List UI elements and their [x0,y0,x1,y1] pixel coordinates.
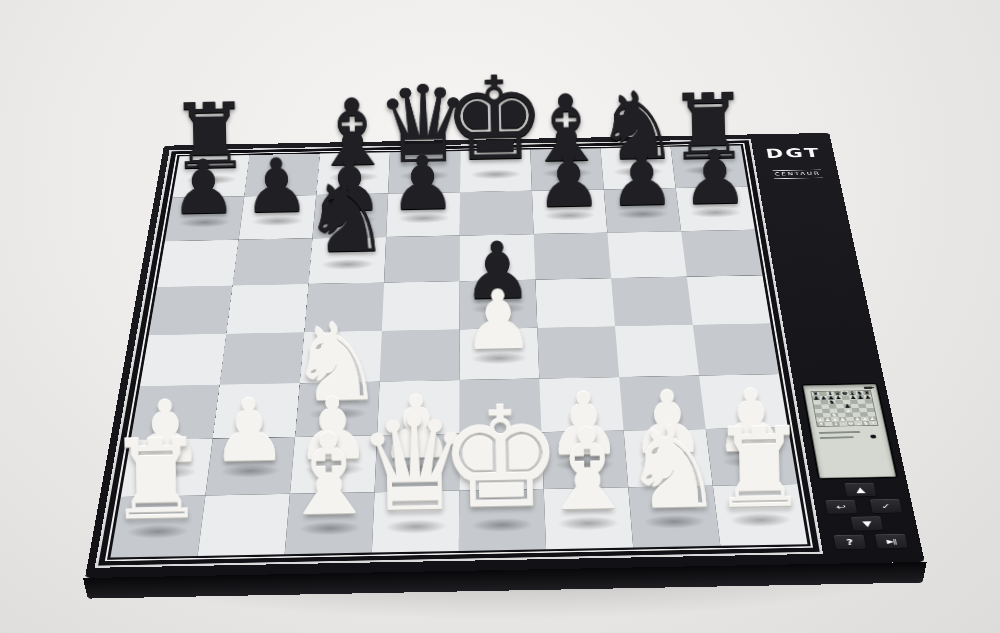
square-f1: ♝ [544,487,634,549]
square-f4 [537,326,619,378]
square-f5 [535,278,615,328]
square-a4 [140,334,227,386]
white-rook-h1: ♜ [709,412,809,524]
back-button[interactable]: ↩ [825,500,857,514]
back-icon: ↩ [836,503,847,511]
dgt-centaur-board: ♜♝♛♚♝♞♜♟♟♟♟♟♟♟♞♟♟♞♟♟♟♟♟♟♟♜♝♛♚♝♞♜ DGT CEN… [85,133,925,578]
square-g1: ♞ [628,486,720,548]
square-g4 [615,325,699,377]
square-g5 [611,277,693,326]
white-pawn-e4: ♟ [461,279,535,361]
square-g7: ♟ [604,188,681,233]
square-d7: ♟ [386,192,460,237]
square-a1: ♜ [110,495,205,557]
chess-board: ♜♝♛♚♝♞♜♟♟♟♟♟♟♟♞♟♟♞♟♟♟♟♟♟♟♜♝♛♚♝♞♜ [110,146,807,558]
square-g6 [607,231,686,278]
up-button[interactable]: ▲ [845,483,877,497]
square-b1 [198,494,290,556]
square-c6: ♞ [308,237,386,284]
black-pawn-g7: ♟ [608,141,676,217]
square-e1: ♚ [459,489,546,551]
square-d4 [380,329,460,381]
studio-backdrop: ♜♝♛♚♝♞♜♟♟♟♟♟♟♟♞♟♟♞♟♟♟♟♟♟♟♜♝♛♚♝♞♜ DGT CEN… [0,0,1000,633]
board-front-edge [83,562,927,599]
square-d5 [382,281,460,331]
play-pause-button[interactable]: ▶∥ [875,534,908,549]
square-a5 [149,286,233,336]
square-f7: ♟ [532,189,607,234]
help-button[interactable]: ? [834,535,866,550]
square-h7: ♟ [676,187,755,232]
square-e4: ♟ [459,328,539,380]
up-icon: ▲ [855,486,865,493]
square-h1: ♜ [713,484,808,546]
square-h6 [681,230,762,277]
black-pawn-f7: ♟ [535,142,603,218]
square-b6 [233,238,313,285]
black-pawn-h7: ♟ [681,139,749,215]
help-icon: ? [846,538,854,546]
perspective-wrapper: ♜♝♛♚♝♞♜♟♟♟♟♟♟♟♞♟♟♞♟♟♟♟♟♟♟♜♝♛♚♝♞♜ DGT CEN… [0,0,1000,633]
down-icon: ▼ [862,520,873,528]
white-rook-a1: ♜ [106,424,206,536]
down-button[interactable]: ▼ [851,516,883,530]
square-a7: ♟ [165,196,244,241]
black-pawn-a7: ♟ [169,149,237,225]
white-pawn-b2: ♟ [210,387,288,474]
confirm-icon: ✓ [880,502,891,510]
black-knight-c6: ♞ [301,167,392,268]
square-f6 [534,233,611,280]
play-pause-icon: ▶∥ [886,538,897,544]
square-a6 [157,240,239,287]
black-pawn-d7: ♟ [388,145,456,221]
square-h4 [693,323,779,375]
square-e8: ♚ [460,150,532,193]
confirm-button[interactable]: ✓ [870,499,902,513]
square-d6 [384,236,460,283]
square-h5 [687,275,771,324]
